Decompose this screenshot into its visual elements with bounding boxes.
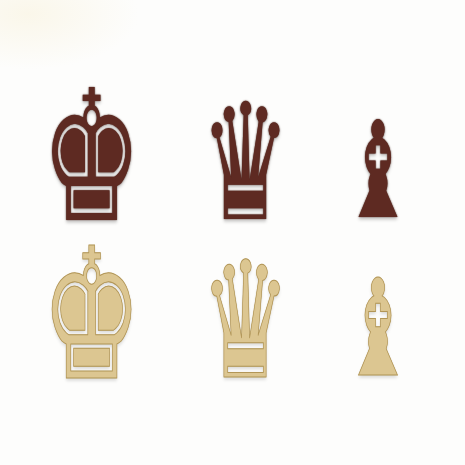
dark-king-slot: ♚	[10, 66, 173, 213]
light-king-slot: ♚	[10, 224, 173, 371]
dark-knight-piece: ♞	[459, 116, 465, 236]
light-queen-slot: ♛	[173, 240, 318, 371]
dark-queen-slot: ♛	[173, 82, 318, 213]
light-bishop-slot: ♝	[318, 262, 438, 371]
dark-pieces-row: ♚ ♛ ♝ ♞ ♜ ♟	[10, 66, 465, 213]
dark-queen-piece: ♛	[201, 82, 291, 244]
chess-pieces-photo: ♚ ♛ ♝ ♞ ♜ ♟ ♚ ♛ ♝ ♞ ♜	[0, 0, 465, 465]
light-pieces-row: ♚ ♛ ♝ ♞ ♜ ♟	[10, 224, 465, 371]
light-bishop-piece: ♝	[341, 262, 415, 396]
light-knight-slot: ♞	[439, 274, 465, 371]
light-king-piece: ♚	[41, 224, 142, 406]
light-queen-piece: ♛	[201, 240, 291, 402]
dark-bishop-piece: ♝	[341, 104, 415, 238]
dark-bishop-slot: ♝	[318, 104, 438, 213]
light-knight-piece: ♞	[459, 274, 465, 394]
dark-knight-slot: ♞	[439, 116, 465, 213]
